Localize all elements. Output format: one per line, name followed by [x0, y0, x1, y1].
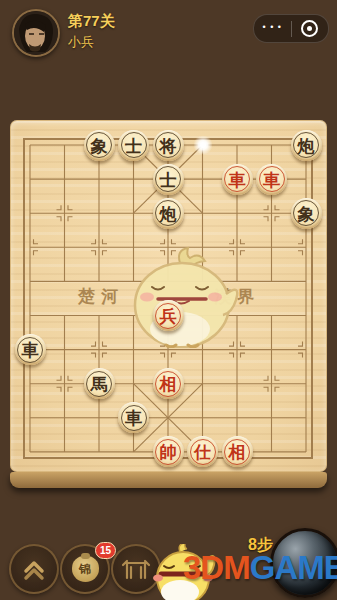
piece-glyph: 車 [125, 410, 142, 427]
piece-red-elephant[interactable]: 相 [153, 368, 184, 399]
piece-glyph: 車 [22, 342, 39, 359]
player-name: 小兵 [68, 33, 94, 51]
piece-black-advisor[interactable]: 士 [153, 164, 184, 195]
piece-red-chariot[interactable]: 車 [222, 164, 253, 195]
more-button[interactable]: • • • [254, 15, 291, 42]
piece-glyph: 車 [229, 171, 246, 188]
menu-button[interactable] [9, 544, 59, 594]
target-circle-icon [301, 20, 318, 37]
watermark: 3DMGAME [183, 551, 337, 584]
piece-black-elephant[interactable]: 象 [291, 198, 322, 229]
piece-black-horse[interactable]: 馬 [84, 368, 115, 399]
avatar-portrait [14, 11, 58, 55]
piece-glyph: 炮 [160, 205, 177, 222]
piece-red-chariot[interactable]: 車 [256, 164, 287, 195]
piece-glyph: 士 [125, 137, 142, 154]
piece-glyph: 相 [229, 444, 246, 461]
piece-black-elephant[interactable]: 象 [84, 130, 115, 161]
piece-black-advisor[interactable]: 士 [118, 130, 149, 161]
piece-glyph: 仕 [194, 444, 211, 461]
piece-glyph: 車 [263, 171, 280, 188]
piece-red-soldier[interactable]: 兵 [153, 300, 184, 331]
board-mascot-chick [122, 244, 242, 348]
piece-glyph: 将 [160, 137, 177, 154]
piece-black-general[interactable]: 将 [153, 130, 184, 161]
wechat-capsule: • • • [253, 14, 329, 43]
piece-black-chariot[interactable]: 車 [15, 334, 46, 365]
piece-glyph: 士 [160, 171, 177, 188]
chevron-up-icon [19, 554, 49, 584]
sparkle-effect [193, 135, 213, 155]
watermark-3dm: 3DM [183, 549, 250, 586]
hint-bag-button[interactable]: 锦 15 [60, 544, 110, 594]
game-background: 第77关 小兵 • • • 楚河 漢界 [0, 0, 337, 600]
piece-glyph: 炮 [298, 137, 315, 154]
piece-black-cannon[interactable]: 炮 [291, 130, 322, 161]
board-surface[interactable]: 楚河 漢界 象士将炮士車車炮象兵車馬相車帥仕相 [10, 120, 327, 472]
piece-red-general[interactable]: 帥 [153, 436, 184, 467]
xiangqi-board: 楚河 漢界 象士将炮士車車炮象兵車馬相車帥仕相 [10, 120, 327, 490]
piece-black-cannon[interactable]: 炮 [153, 198, 184, 229]
piece-red-elephant[interactable]: 相 [222, 436, 253, 467]
capsule-target-button[interactable] [292, 15, 329, 42]
piece-glyph: 相 [160, 376, 177, 393]
level-title: 第77关 [68, 12, 115, 31]
more-dots-icon: • • • [263, 23, 282, 35]
money-bag-icon: 锦 [72, 556, 99, 582]
piece-glyph: 兵 [160, 308, 177, 325]
board-bevel [10, 472, 327, 488]
hint-count-badge: 15 [95, 542, 116, 559]
watermark-game: GAME [250, 549, 337, 586]
player-avatar [12, 9, 60, 57]
piece-glyph: 馬 [91, 376, 108, 393]
piece-glyph: 象 [298, 205, 315, 222]
hint-bag-label: 锦 [79, 561, 91, 578]
piece-glyph: 象 [91, 137, 108, 154]
piece-glyph: 帥 [160, 444, 177, 461]
top-bar: 第77关 小兵 • • • [0, 0, 337, 62]
